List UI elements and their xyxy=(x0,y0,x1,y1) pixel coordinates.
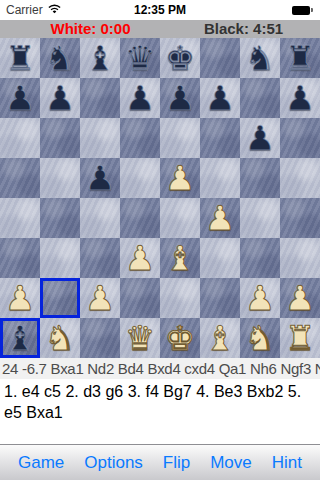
piece-white-pawn: ♟ xyxy=(285,278,315,318)
square-g4[interactable] xyxy=(240,198,280,238)
square-a4[interactable] xyxy=(0,198,40,238)
square-h2[interactable]: ♟ xyxy=(280,278,320,318)
piece-black-pawn: ♟ xyxy=(5,78,35,118)
piece-white-knight: ♞ xyxy=(45,318,75,358)
square-a6[interactable] xyxy=(0,118,40,158)
move-list[interactable]: 1. e4 c5 2. d3 g6 3. f4 Bg7 4. Be3 Bxb2 … xyxy=(0,379,320,443)
square-d1[interactable]: ♛ xyxy=(120,318,160,358)
piece-black-pawn: ♟ xyxy=(245,118,275,158)
square-a1[interactable]: ♝ xyxy=(0,318,40,358)
chess-board[interactable]: ♜♞♝♛♚♞♜♟♟♟♟♟♟♟♟♟♟♟♝♟♟♟♟♝♞♛♚♝♞♜ xyxy=(0,38,320,358)
square-f4[interactable]: ♟ xyxy=(200,198,240,238)
piece-white-pawn: ♟ xyxy=(85,278,115,318)
square-d8[interactable]: ♛ xyxy=(120,38,160,78)
square-c8[interactable]: ♝ xyxy=(80,38,120,78)
square-e8[interactable]: ♚ xyxy=(160,38,200,78)
square-e4[interactable] xyxy=(160,198,200,238)
square-h7[interactable]: ♟ xyxy=(280,78,320,118)
square-c5[interactable]: ♟ xyxy=(80,158,120,198)
piece-white-king: ♚ xyxy=(165,318,195,358)
square-h3[interactable] xyxy=(280,238,320,278)
square-f6[interactable] xyxy=(200,118,240,158)
square-d2[interactable] xyxy=(120,278,160,318)
piece-black-bishop: ♝ xyxy=(85,38,115,78)
piece-black-rook: ♜ xyxy=(5,38,35,78)
app-screen: Carrier 12:35 PM White: 0:00 Black: 4:51… xyxy=(0,0,320,480)
square-d3[interactable]: ♟ xyxy=(120,238,160,278)
piece-black-knight: ♞ xyxy=(45,38,75,78)
square-c1[interactable] xyxy=(80,318,120,358)
square-d4[interactable] xyxy=(120,198,160,238)
square-b2[interactable] xyxy=(40,278,80,318)
piece-black-bishop: ♝ xyxy=(5,318,35,358)
piece-black-pawn: ♟ xyxy=(125,78,155,118)
square-f3[interactable] xyxy=(200,238,240,278)
square-e6[interactable] xyxy=(160,118,200,158)
square-b5[interactable] xyxy=(40,158,80,198)
square-h6[interactable] xyxy=(280,118,320,158)
square-b4[interactable] xyxy=(40,198,80,238)
piece-white-pawn: ♟ xyxy=(5,278,35,318)
piece-white-pawn: ♟ xyxy=(205,198,235,238)
square-c3[interactable] xyxy=(80,238,120,278)
piece-white-pawn: ♟ xyxy=(125,238,155,278)
square-c6[interactable] xyxy=(80,118,120,158)
toolbar-button-hint[interactable]: Hint xyxy=(270,453,304,473)
square-b6[interactable] xyxy=(40,118,80,158)
toolbar-button-move[interactable]: Move xyxy=(208,453,254,473)
piece-white-knight: ♞ xyxy=(245,318,275,358)
square-d7[interactable]: ♟ xyxy=(120,78,160,118)
piece-black-pawn: ♟ xyxy=(205,78,235,118)
chess-clock-bar: White: 0:00 Black: 4:51 xyxy=(0,20,320,38)
square-g1[interactable]: ♞ xyxy=(240,318,280,358)
square-a5[interactable] xyxy=(0,158,40,198)
square-d6[interactable] xyxy=(120,118,160,158)
piece-black-queen: ♛ xyxy=(125,38,155,78)
square-f7[interactable]: ♟ xyxy=(200,78,240,118)
square-b3[interactable] xyxy=(40,238,80,278)
square-h1[interactable]: ♜ xyxy=(280,318,320,358)
square-f8[interactable] xyxy=(200,38,240,78)
square-e3[interactable]: ♝ xyxy=(160,238,200,278)
clock-time: 12:35 PM xyxy=(0,0,320,20)
square-c2[interactable]: ♟ xyxy=(80,278,120,318)
square-a7[interactable]: ♟ xyxy=(0,78,40,118)
status-bar: Carrier 12:35 PM xyxy=(0,0,320,20)
black-clock: Black: 4:51 xyxy=(167,20,320,38)
square-b1[interactable]: ♞ xyxy=(40,318,80,358)
square-g3[interactable] xyxy=(240,238,280,278)
piece-black-rook: ♜ xyxy=(285,38,315,78)
square-g6[interactable]: ♟ xyxy=(240,118,280,158)
piece-black-pawn: ♟ xyxy=(45,78,75,118)
square-e7[interactable]: ♟ xyxy=(160,78,200,118)
square-g8[interactable]: ♞ xyxy=(240,38,280,78)
square-f2[interactable] xyxy=(200,278,240,318)
square-e5[interactable]: ♟ xyxy=(160,158,200,198)
toolbar-button-flip[interactable]: Flip xyxy=(161,453,192,473)
square-d5[interactable] xyxy=(120,158,160,198)
square-a8[interactable]: ♜ xyxy=(0,38,40,78)
square-b8[interactable]: ♞ xyxy=(40,38,80,78)
square-g7[interactable] xyxy=(240,78,280,118)
piece-black-pawn: ♟ xyxy=(285,78,315,118)
piece-white-pawn: ♟ xyxy=(245,278,275,318)
piece-white-pawn: ♟ xyxy=(165,158,195,198)
square-f1[interactable]: ♝ xyxy=(200,318,240,358)
square-a3[interactable] xyxy=(0,238,40,278)
toolbar-button-options[interactable]: Options xyxy=(82,453,145,473)
square-e2[interactable] xyxy=(160,278,200,318)
square-c4[interactable] xyxy=(80,198,120,238)
engine-analysis-bar: 24 -6.7 Bxa1 Nd2 Bd4 Bxd4 cxd4 Qa1 Nh6 N… xyxy=(0,358,320,379)
piece-white-rook: ♜ xyxy=(285,318,315,358)
bottom-toolbar: GameOptionsFlipMoveHint xyxy=(0,444,320,480)
square-h4[interactable] xyxy=(280,198,320,238)
piece-black-pawn: ♟ xyxy=(85,158,115,198)
piece-white-bishop: ♝ xyxy=(165,238,195,278)
white-clock: White: 0:00 xyxy=(0,20,167,38)
square-f5[interactable] xyxy=(200,158,240,198)
square-g2[interactable]: ♟ xyxy=(240,278,280,318)
piece-black-king: ♚ xyxy=(165,38,195,78)
square-h5[interactable] xyxy=(280,158,320,198)
piece-white-bishop: ♝ xyxy=(205,318,235,358)
square-h8[interactable]: ♜ xyxy=(280,38,320,78)
toolbar-button-game[interactable]: Game xyxy=(16,453,66,473)
square-b7[interactable]: ♟ xyxy=(40,78,80,118)
battery-icon xyxy=(292,5,313,15)
piece-white-queen: ♛ xyxy=(125,318,155,358)
square-a2[interactable]: ♟ xyxy=(0,278,40,318)
square-e1[interactable]: ♚ xyxy=(160,318,200,358)
piece-black-pawn: ♟ xyxy=(165,78,195,118)
square-c7[interactable] xyxy=(80,78,120,118)
square-g5[interactable] xyxy=(240,158,280,198)
piece-black-knight: ♞ xyxy=(245,38,275,78)
